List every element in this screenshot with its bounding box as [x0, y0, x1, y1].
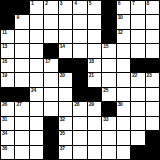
black-square — [88, 88, 101, 101]
crossword-cell[interactable] — [30, 44, 43, 57]
crossword-cell[interactable]: 11 — [1, 30, 14, 43]
crossword-cell[interactable]: 18 — [88, 59, 101, 72]
crossword-cell[interactable] — [131, 102, 144, 115]
crossword-cell[interactable] — [30, 15, 43, 28]
crossword-cell[interactable]: 27 — [15, 102, 28, 115]
crossword-cell[interactable]: 5 — [88, 1, 101, 14]
clue-number: 11 — [2, 30, 7, 36]
crossword-cell[interactable]: 25 — [102, 88, 115, 101]
clue-number: 7 — [132, 1, 134, 7]
clue-number: 24 — [31, 88, 36, 94]
crossword-cell[interactable] — [117, 44, 130, 57]
crossword-cell[interactable] — [117, 88, 130, 101]
black-square — [73, 59, 86, 72]
clue-number: 26 — [2, 102, 7, 108]
crossword-cell[interactable] — [146, 44, 159, 57]
black-square — [44, 117, 57, 130]
crossword-cell[interactable]: 15 — [102, 44, 115, 57]
black-square — [1, 15, 14, 28]
crossword-cell[interactable]: 19 — [1, 73, 14, 86]
crossword-cell[interactable]: 34 — [1, 131, 14, 144]
black-square — [146, 146, 159, 159]
crossword-cell[interactable] — [30, 59, 43, 72]
crossword-cell[interactable] — [44, 30, 57, 43]
crossword-cell[interactable] — [131, 15, 144, 28]
crossword-cell[interactable]: 9 — [15, 15, 28, 28]
crossword-cell[interactable] — [131, 131, 144, 144]
crossword-cell[interactable] — [15, 73, 28, 86]
crossword-cell[interactable]: 32 — [59, 117, 72, 130]
crossword-cell[interactable] — [73, 146, 86, 159]
crossword-cell[interactable] — [73, 117, 86, 130]
crossword-cell[interactable]: 20 — [59, 73, 72, 86]
clue-number: 21 — [89, 73, 94, 79]
crossword-cell[interactable] — [44, 102, 57, 115]
clue-number: 25 — [103, 88, 108, 94]
crossword-cell[interactable] — [88, 146, 101, 159]
crossword-cell[interactable]: 2 — [44, 1, 57, 14]
crossword-cell[interactable] — [88, 131, 101, 144]
clue-number: 2 — [45, 1, 47, 7]
crossword-cell[interactable] — [117, 59, 130, 72]
crossword-cell[interactable] — [15, 30, 28, 43]
clue-number: 29 — [89, 102, 94, 108]
crossword-cell[interactable] — [15, 44, 28, 57]
crossword-cell[interactable]: 22 — [131, 73, 144, 86]
crossword-cell[interactable] — [30, 73, 43, 86]
crossword-cell[interactable] — [15, 131, 28, 144]
crossword-cell[interactable]: 37 — [59, 146, 72, 159]
crossword-cell[interactable] — [88, 30, 101, 43]
crossword-cell[interactable] — [30, 117, 43, 130]
black-square — [146, 59, 159, 72]
crossword-cell[interactable] — [131, 30, 144, 43]
clue-number: 22 — [132, 73, 137, 79]
clue-number: 1 — [31, 1, 33, 7]
crossword-cell[interactable] — [44, 88, 57, 101]
crossword-cell[interactable] — [15, 59, 28, 72]
crossword-cell[interactable] — [88, 44, 101, 57]
clue-number: 17 — [45, 59, 50, 65]
black-square — [1, 88, 14, 101]
black-square — [1, 1, 14, 14]
black-square — [102, 1, 115, 14]
black-square — [102, 30, 115, 43]
clue-number: 27 — [16, 102, 21, 108]
clue-number: 19 — [2, 73, 7, 79]
crossword-cell[interactable] — [15, 146, 28, 159]
crossword-cell[interactable] — [73, 44, 86, 57]
crossword-cell[interactable] — [146, 15, 159, 28]
crossword-cell[interactable] — [102, 131, 115, 144]
crossword-cell[interactable] — [73, 30, 86, 43]
crossword-cell[interactable] — [59, 88, 72, 101]
clue-number: 16 — [2, 59, 7, 65]
crossword-cell[interactable] — [102, 59, 115, 72]
crossword-cell[interactable]: 35 — [59, 131, 72, 144]
crossword-cell[interactable] — [117, 146, 130, 159]
crossword-cell[interactable] — [30, 146, 43, 159]
clue-number: 14 — [60, 44, 65, 50]
crossword-cell[interactable] — [131, 44, 144, 57]
clue-number: 4 — [74, 1, 76, 7]
crossword-cell[interactable] — [15, 117, 28, 130]
black-square — [44, 44, 57, 57]
crossword-cell[interactable] — [117, 73, 130, 86]
clue-number: 10 — [118, 15, 123, 21]
clue-number: 15 — [103, 44, 108, 50]
crossword-cell[interactable] — [30, 30, 43, 43]
clue-number: 35 — [60, 131, 65, 137]
crossword-cell[interactable]: 36 — [1, 146, 14, 159]
crossword-cell[interactable]: 13 — [1, 44, 14, 57]
crossword-cell[interactable]: 3 — [59, 1, 72, 14]
crossword-cell[interactable]: 7 — [131, 1, 144, 14]
crossword-cell[interactable] — [73, 131, 86, 144]
crossword-cell[interactable] — [59, 30, 72, 43]
crossword-cell[interactable]: 16 — [1, 59, 14, 72]
crossword-cell[interactable] — [117, 117, 130, 130]
crossword-cell[interactable] — [73, 15, 86, 28]
clue-number: 32 — [60, 117, 65, 123]
clue-number: 37 — [60, 146, 65, 152]
crossword-cell[interactable]: 31 — [1, 117, 14, 130]
black-square — [131, 59, 144, 72]
crossword-cell[interactable]: 17 — [44, 59, 57, 72]
black-square — [44, 131, 57, 144]
clue-number: 33 — [103, 117, 108, 123]
crossword-cell[interactable] — [131, 117, 144, 130]
crossword-cell[interactable]: 28 — [73, 102, 86, 115]
crossword-cell[interactable]: 24 — [30, 88, 43, 101]
crossword-cell[interactable] — [102, 146, 115, 159]
clue-number: 34 — [2, 131, 7, 137]
clue-number: 13 — [2, 44, 7, 50]
crossword-cell[interactable] — [131, 88, 144, 101]
crossword-cell[interactable] — [44, 73, 57, 86]
clue-number: 8 — [147, 1, 149, 7]
crossword-board: 1234567891011121314151617181920212223242… — [0, 0, 160, 160]
crossword-cell[interactable] — [44, 15, 57, 28]
crossword-cell[interactable]: 21 — [88, 73, 101, 86]
crossword-cell[interactable]: 23 — [146, 73, 159, 86]
clue-number: 23 — [147, 73, 152, 79]
crossword-cell[interactable]: 29 — [88, 102, 101, 115]
clue-number: 5 — [89, 1, 91, 7]
crossword-cell[interactable] — [30, 131, 43, 144]
crossword-cell[interactable] — [146, 88, 159, 101]
black-square — [102, 102, 115, 115]
crossword-cell[interactable] — [146, 30, 159, 43]
crossword-cell[interactable]: 14 — [59, 44, 72, 57]
crossword-cell[interactable] — [102, 73, 115, 86]
crossword-cell[interactable]: 26 — [1, 102, 14, 115]
clue-number: 12 — [118, 30, 123, 36]
crossword-cell[interactable] — [117, 131, 130, 144]
crossword-cell[interactable]: 33 — [102, 117, 115, 130]
clue-number: 9 — [16, 15, 18, 21]
clue-number: 18 — [89, 59, 94, 65]
black-square — [102, 15, 115, 28]
clue-number: 31 — [2, 117, 7, 123]
black-square — [15, 1, 28, 14]
crossword-cell[interactable] — [146, 102, 159, 115]
black-square — [131, 146, 144, 159]
crossword-cell[interactable]: 4 — [73, 1, 86, 14]
crossword-cell[interactable]: 12 — [117, 30, 130, 43]
crossword-cell[interactable] — [146, 117, 159, 130]
clue-number: 20 — [60, 73, 65, 79]
black-square — [44, 146, 57, 159]
clue-number: 6 — [118, 1, 120, 7]
crossword-cell[interactable] — [59, 15, 72, 28]
crossword-cell[interactable] — [30, 102, 43, 115]
black-square — [59, 59, 72, 72]
clue-number: 3 — [60, 1, 62, 7]
black-square — [146, 131, 159, 144]
crossword-cell[interactable]: 30 — [117, 102, 130, 115]
crossword-cell[interactable]: 10 — [117, 15, 130, 28]
clue-number: 30 — [118, 102, 123, 108]
clue-number: 36 — [2, 146, 7, 152]
crossword-cell[interactable] — [59, 102, 72, 115]
black-square — [73, 88, 86, 101]
black-square — [73, 73, 86, 86]
crossword-cell[interactable] — [88, 15, 101, 28]
crossword-cell[interactable] — [88, 117, 101, 130]
crossword-cell[interactable]: 6 — [117, 1, 130, 14]
crossword-cell[interactable]: 1 — [30, 1, 43, 14]
crossword-cell[interactable]: 8 — [146, 1, 159, 14]
clue-number: 28 — [74, 102, 79, 108]
black-square — [15, 88, 28, 101]
